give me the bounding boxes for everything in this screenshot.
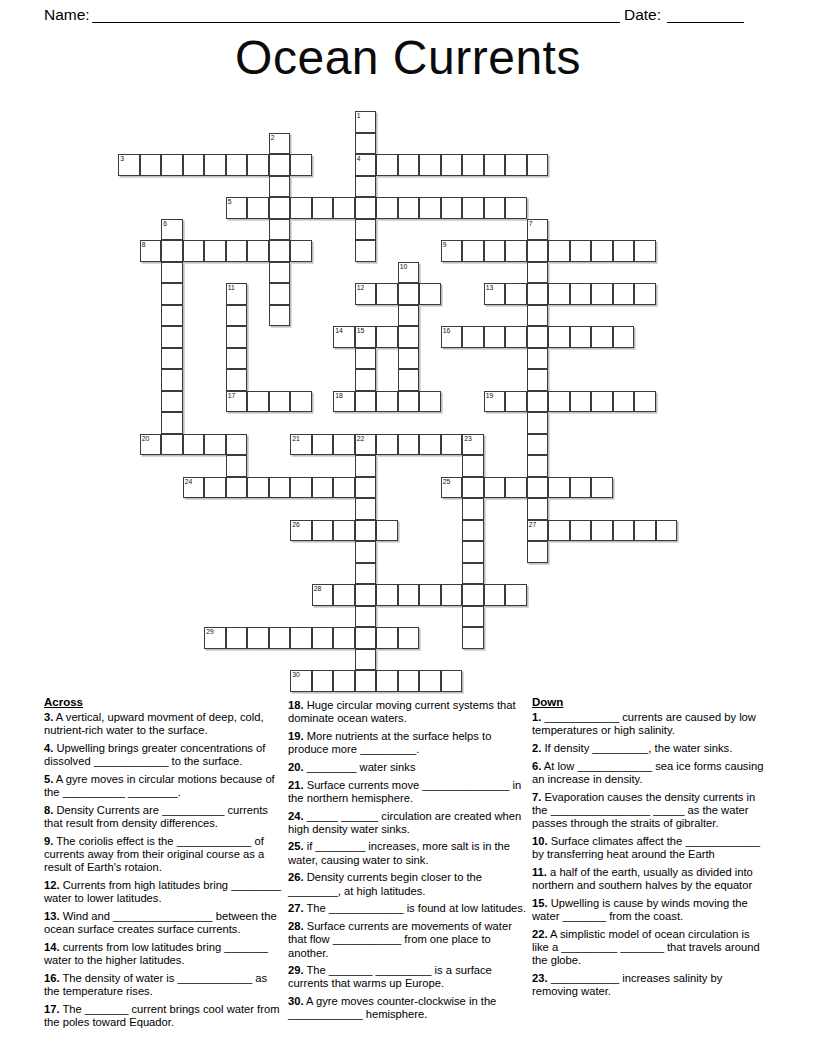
grid-cell[interactable] xyxy=(333,520,355,542)
grid-cell[interactable] xyxy=(419,670,441,692)
grid-cell[interactable] xyxy=(441,197,463,219)
grid-cell[interactable] xyxy=(441,670,463,692)
clue-item: 24. _____ ______ circulation are created… xyxy=(288,810,528,836)
clue-number: 6. xyxy=(532,760,541,772)
grid-cell[interactable] xyxy=(355,584,377,606)
clue-item: 16. The density of water is ____________… xyxy=(44,972,281,998)
clue-number: 21. xyxy=(288,779,304,791)
grid-cell[interactable] xyxy=(613,326,635,348)
grid-cell[interactable] xyxy=(269,477,291,499)
clue-item: 13. Wind and ________________ between th… xyxy=(44,910,281,936)
grid-cell[interactable] xyxy=(570,391,592,413)
grid-cell[interactable] xyxy=(269,154,291,176)
grid-cell[interactable]: 18 xyxy=(333,391,355,413)
clue-number: 8. xyxy=(44,804,53,816)
grid-cell[interactable] xyxy=(462,606,484,628)
grid-cell[interactable] xyxy=(591,391,613,413)
worksheet-page: Name: Date: Ocean Currents 1234567891011… xyxy=(0,0,816,1056)
grid-cell[interactable] xyxy=(247,240,269,262)
grid-cell[interactable] xyxy=(204,154,226,176)
page-title: Ocean Currents xyxy=(0,30,816,85)
grid-cell[interactable] xyxy=(269,391,291,413)
grid-cell[interactable]: 25 xyxy=(441,477,463,499)
grid-cell[interactable]: 2 xyxy=(269,133,291,155)
grid-cell[interactable] xyxy=(247,477,269,499)
grid-cell[interactable] xyxy=(333,584,355,606)
grid-cell[interactable] xyxy=(226,326,248,348)
grid-cell[interactable] xyxy=(312,477,334,499)
clue-number: 12. xyxy=(44,879,60,891)
grid-cell[interactable] xyxy=(505,154,527,176)
grid-cell[interactable]: 5 xyxy=(226,197,248,219)
grid-cell[interactable] xyxy=(226,627,248,649)
grid-cell[interactable] xyxy=(269,240,291,262)
grid-cell-number: 24 xyxy=(185,478,193,486)
grid-cell[interactable] xyxy=(204,240,226,262)
grid-cell[interactable]: 21 xyxy=(290,434,312,456)
grid-cell[interactable] xyxy=(355,240,377,262)
grid-cell[interactable] xyxy=(527,369,549,391)
grid-cell[interactable]: 4 xyxy=(355,154,377,176)
grid-cell[interactable] xyxy=(226,477,248,499)
grid-cell[interactable] xyxy=(484,240,506,262)
grid-cell-number: 13 xyxy=(486,284,494,292)
grid-cell[interactable]: 1 xyxy=(355,111,377,133)
grid-cell-number: 14 xyxy=(335,327,343,335)
grid-cell-number: 7 xyxy=(529,220,533,228)
grid-cell[interactable] xyxy=(613,391,635,413)
grid-cell[interactable] xyxy=(355,197,377,219)
clue-item: 25. if ________ increases, more salt is … xyxy=(288,840,528,866)
clue-text: ___________ increases salinity by removi… xyxy=(532,972,722,997)
clue-item: 14. currents from low latitudes bring __… xyxy=(44,941,281,967)
grid-cell[interactable] xyxy=(247,154,269,176)
clue-item: 26. Density currents begin closer to the… xyxy=(288,871,528,897)
grid-cell[interactable]: 12 xyxy=(355,283,377,305)
grid-cell[interactable]: 9 xyxy=(441,240,463,262)
grid-cell[interactable] xyxy=(548,283,570,305)
grid-cell[interactable] xyxy=(376,197,398,219)
grid-cell[interactable] xyxy=(484,197,506,219)
grid-cell[interactable] xyxy=(527,412,549,434)
grid-cell[interactable] xyxy=(527,391,549,413)
grid-cell[interactable] xyxy=(484,154,506,176)
grid-cell[interactable] xyxy=(634,240,656,262)
grid-cell[interactable] xyxy=(441,434,463,456)
grid-cell[interactable] xyxy=(398,197,420,219)
grid-cell[interactable] xyxy=(462,498,484,520)
clue-number: 16. xyxy=(44,972,60,984)
clue-item: 4. Upwelling brings greater concentratio… xyxy=(44,742,281,768)
grid-cell[interactable]: 20 xyxy=(140,434,162,456)
clue-text: A vertical, upward movment of deep, cold… xyxy=(44,711,264,736)
grid-cell[interactable] xyxy=(355,348,377,370)
grid-cell[interactable]: 22 xyxy=(355,434,377,456)
grid-cell[interactable] xyxy=(183,434,205,456)
clue-number: 13. xyxy=(44,910,60,922)
clue-number: 5. xyxy=(44,773,53,785)
grid-cell[interactable] xyxy=(376,627,398,649)
grid-cell[interactable] xyxy=(376,434,398,456)
grid-cell[interactable] xyxy=(462,563,484,585)
grid-cell[interactable] xyxy=(570,477,592,499)
grid-cell[interactable] xyxy=(226,455,248,477)
clue-item: 2. If density _________, the water sinks… xyxy=(532,742,769,755)
grid-cell[interactable] xyxy=(398,434,420,456)
grid-cell[interactable] xyxy=(591,326,613,348)
grid-cell[interactable] xyxy=(312,197,334,219)
grid-cell-number: 8 xyxy=(142,241,146,249)
clue-text: The density of water is ____________ as … xyxy=(44,972,267,997)
grid-cell[interactable] xyxy=(161,262,183,284)
grid-cell[interactable] xyxy=(161,369,183,391)
grid-cell[interactable]: 17 xyxy=(226,391,248,413)
grid-cell[interactable] xyxy=(161,326,183,348)
grid-cell[interactable] xyxy=(376,670,398,692)
clue-number: 1. xyxy=(532,711,541,723)
grid-cell[interactable] xyxy=(355,176,377,198)
grid-cell[interactable] xyxy=(333,197,355,219)
grid-cell[interactable]: 11 xyxy=(226,283,248,305)
grid-cell[interactable] xyxy=(527,305,549,327)
grid-cell[interactable] xyxy=(269,176,291,198)
grid-cell[interactable] xyxy=(333,477,355,499)
grid-cell-number: 10 xyxy=(400,263,408,271)
grid-cell[interactable] xyxy=(613,520,635,542)
clue-number: 14. xyxy=(44,941,60,953)
grid-cell[interactable] xyxy=(591,520,613,542)
clue-item: 12. Currents from high latitudes bring _… xyxy=(44,879,281,905)
clue-number: 15. xyxy=(532,897,548,909)
grid-cell[interactable] xyxy=(419,391,441,413)
grid-cell[interactable] xyxy=(613,240,635,262)
grid-cell[interactable] xyxy=(484,326,506,348)
grid-cell[interactable] xyxy=(462,477,484,499)
grid-cell[interactable] xyxy=(462,520,484,542)
grid-cell[interactable] xyxy=(333,434,355,456)
grid-cell-number: 2 xyxy=(271,134,275,142)
clue-text: A simplistic model of ocean circulation … xyxy=(532,928,760,966)
grid-cell[interactable]: 8 xyxy=(140,240,162,262)
grid-cell[interactable] xyxy=(269,627,291,649)
clue-number: 27. xyxy=(288,902,304,914)
grid-cell[interactable] xyxy=(505,584,527,606)
grid-cell[interactable] xyxy=(247,197,269,219)
grid-cell[interactable] xyxy=(398,584,420,606)
clue-number: 23. xyxy=(532,972,548,984)
grid-cell[interactable] xyxy=(269,197,291,219)
grid-cell[interactable] xyxy=(376,154,398,176)
grid-cell-number: 3 xyxy=(120,155,124,163)
grid-cell[interactable] xyxy=(355,498,377,520)
grid-cell[interactable] xyxy=(398,348,420,370)
grid-cell[interactable] xyxy=(548,240,570,262)
clue-number: 18. xyxy=(288,699,304,711)
grid-cell[interactable] xyxy=(269,219,291,241)
grid-cell[interactable] xyxy=(290,240,312,262)
clue-text: Currents from high latitudes bring _____… xyxy=(44,879,281,904)
grid-cell[interactable] xyxy=(505,283,527,305)
grid-cell[interactable] xyxy=(462,541,484,563)
grid-cell[interactable] xyxy=(527,541,549,563)
grid-cell[interactable] xyxy=(591,283,613,305)
clue-number: 4. xyxy=(44,742,53,754)
grid-cell[interactable]: 24 xyxy=(183,477,205,499)
across-clues-column-2: 18. Huge circular moving current systems… xyxy=(288,699,528,1026)
grid-cell[interactable] xyxy=(204,477,226,499)
clue-text: Upwelling is cause by winds moving the w… xyxy=(532,897,748,922)
down-clues-column: Down 1. ____________ currents are caused… xyxy=(532,696,769,1003)
grid-cell[interactable] xyxy=(505,197,527,219)
grid-cell[interactable] xyxy=(376,584,398,606)
grid-cell[interactable] xyxy=(419,154,441,176)
down-header: Down xyxy=(532,696,769,708)
grid-cell[interactable]: 3 xyxy=(118,154,140,176)
grid-cell[interactable] xyxy=(441,584,463,606)
date-blank-line[interactable] xyxy=(667,5,744,23)
grid-cell[interactable] xyxy=(355,670,377,692)
clue-number: 22. xyxy=(532,928,548,940)
grid-cell[interactable] xyxy=(634,520,656,542)
grid-cell[interactable]: 15 xyxy=(355,326,377,348)
grid-cell[interactable] xyxy=(591,240,613,262)
grid-cell[interactable] xyxy=(398,154,420,176)
grid-cell[interactable] xyxy=(505,240,527,262)
grid-cell[interactable] xyxy=(355,477,377,499)
grid-cell[interactable] xyxy=(548,520,570,542)
grid-cell[interactable] xyxy=(226,305,248,327)
grid-cell[interactable] xyxy=(355,391,377,413)
clue-item: 27. The ____________ is found at low lat… xyxy=(288,902,528,915)
clue-number: 3. xyxy=(44,711,53,723)
clue-item: 5. A gyre moves in circular motions beca… xyxy=(44,773,281,799)
clue-text: Surface climates affect the ____________… xyxy=(532,835,760,860)
grid-cell[interactable] xyxy=(419,584,441,606)
grid-cell[interactable] xyxy=(398,391,420,413)
grid-cell[interactable] xyxy=(226,154,248,176)
grid-cell[interactable] xyxy=(183,240,205,262)
grid-cell[interactable] xyxy=(140,154,162,176)
clue-item: 1. ____________ currents are caused by l… xyxy=(532,711,769,737)
grid-cell[interactable] xyxy=(312,434,334,456)
grid-cell[interactable] xyxy=(419,197,441,219)
grid-cell[interactable] xyxy=(419,283,441,305)
grid-cell[interactable] xyxy=(462,154,484,176)
grid-cell-number: 21 xyxy=(292,435,300,443)
grid-cell[interactable] xyxy=(527,326,549,348)
grid-cell[interactable] xyxy=(226,434,248,456)
grid-cell[interactable] xyxy=(570,283,592,305)
grid-cell[interactable] xyxy=(355,649,377,671)
grid-cell[interactable] xyxy=(355,520,377,542)
grid-cell[interactable] xyxy=(290,391,312,413)
grid-cell[interactable] xyxy=(419,434,441,456)
grid-cell[interactable]: 26 xyxy=(290,520,312,542)
grid-cell[interactable] xyxy=(462,584,484,606)
grid-cell[interactable]: 10 xyxy=(398,262,420,284)
grid-cell[interactable] xyxy=(161,391,183,413)
clue-item: 19. More nutrients at the surface helps … xyxy=(288,730,528,756)
grid-cell[interactable] xyxy=(527,477,549,499)
grid-cell[interactable] xyxy=(333,670,355,692)
grid-cell[interactable] xyxy=(161,154,183,176)
grid-cell[interactable] xyxy=(161,240,183,262)
grid-cell[interactable] xyxy=(312,520,334,542)
grid-cell[interactable]: 29 xyxy=(204,627,226,649)
grid-cell[interactable] xyxy=(376,326,398,348)
grid-cell-number: 11 xyxy=(228,284,235,292)
grid-cell[interactable] xyxy=(398,369,420,391)
grid-cell[interactable] xyxy=(505,477,527,499)
grid-cell[interactable] xyxy=(247,627,269,649)
clue-text: a half of the earth, usually as divided … xyxy=(532,866,753,891)
clue-text: The _______ current brings cool water fr… xyxy=(44,1003,280,1028)
clue-text: At low ____________ sea ice forms causin… xyxy=(532,760,763,785)
grid-cell[interactable] xyxy=(570,326,592,348)
grid-cell[interactable] xyxy=(462,240,484,262)
grid-cell[interactable] xyxy=(527,455,549,477)
grid-cell[interactable] xyxy=(376,391,398,413)
grid-cell[interactable] xyxy=(570,240,592,262)
clue-number: 28. xyxy=(288,920,304,932)
grid-cell[interactable] xyxy=(505,391,527,413)
clue-number: 7. xyxy=(532,791,541,803)
clue-item: 8. Density Currents are __________ curre… xyxy=(44,804,281,830)
grid-cell[interactable] xyxy=(355,627,377,649)
grid-cell[interactable] xyxy=(527,283,549,305)
grid-cell[interactable] xyxy=(290,477,312,499)
grid-cell[interactable]: 27 xyxy=(527,520,549,542)
clue-text: if ________ increases, more salt is in t… xyxy=(288,840,510,865)
grid-cell[interactable] xyxy=(183,154,205,176)
grid-cell-number: 25 xyxy=(443,478,451,486)
clue-text: Surface currents are movements of water … xyxy=(288,920,512,958)
grid-cell[interactable]: 23 xyxy=(462,434,484,456)
grid-cell[interactable] xyxy=(290,627,312,649)
grid-cell[interactable] xyxy=(634,283,656,305)
grid-cell[interactable]: 7 xyxy=(527,219,549,241)
grid-cell[interactable]: 13 xyxy=(484,283,506,305)
grid-cell[interactable] xyxy=(484,584,506,606)
grid-cell[interactable] xyxy=(333,627,355,649)
clue-item: 11. a half of the earth, usually as divi… xyxy=(532,866,769,892)
clue-text: Density Currents are __________ currents… xyxy=(44,804,268,829)
clue-number: 25. xyxy=(288,840,304,852)
grid-cell[interactable] xyxy=(527,498,549,520)
clue-text: A gyre moves in circular motions because… xyxy=(44,773,275,798)
grid-cell[interactable]: 14 xyxy=(333,326,355,348)
grid-cell[interactable] xyxy=(312,627,334,649)
clue-text: ________ water sinks xyxy=(304,761,416,773)
grid-cell[interactable] xyxy=(505,326,527,348)
grid-cell[interactable] xyxy=(398,670,420,692)
grid-cell[interactable] xyxy=(398,283,420,305)
clue-text: Huge circular moving current systems tha… xyxy=(288,699,516,724)
clue-item: 29. The _______ _________ is a surface c… xyxy=(288,964,528,990)
grid-cell-number: 29 xyxy=(206,628,214,636)
grid-cell[interactable]: 16 xyxy=(441,326,463,348)
grid-cell[interactable] xyxy=(355,563,377,585)
clue-number: 24. xyxy=(288,810,304,822)
grid-cell[interactable] xyxy=(441,154,463,176)
grid-cell[interactable] xyxy=(376,520,398,542)
grid-cell-number: 28 xyxy=(314,585,322,593)
grid-cell[interactable] xyxy=(527,262,549,284)
grid-cell[interactable] xyxy=(462,627,484,649)
grid-cell[interactable] xyxy=(161,283,183,305)
grid-cell[interactable] xyxy=(548,477,570,499)
grid-cell[interactable]: 6 xyxy=(161,219,183,241)
grid-cell[interactable]: 30 xyxy=(290,670,312,692)
grid-cell[interactable] xyxy=(355,133,377,155)
grid-cell[interactable] xyxy=(355,455,377,477)
grid-cell[interactable] xyxy=(226,348,248,370)
clue-item: 20. ________ water sinks xyxy=(288,761,528,774)
grid-cell[interactable] xyxy=(462,455,484,477)
grid-cell[interactable] xyxy=(570,520,592,542)
grid-cell[interactable] xyxy=(527,434,549,456)
grid-cell[interactable] xyxy=(398,326,420,348)
grid-cell[interactable] xyxy=(548,326,570,348)
grid-cell[interactable] xyxy=(226,240,248,262)
grid-cell[interactable] xyxy=(527,154,549,176)
clue-item: 28. Surface currents are movements of wa… xyxy=(288,920,528,960)
grid-cell[interactable] xyxy=(290,154,312,176)
grid-cell[interactable] xyxy=(226,369,248,391)
clue-text: If density _________, the water sinks. xyxy=(541,742,732,754)
grid-cell[interactable] xyxy=(269,262,291,284)
grid-cell[interactable] xyxy=(591,477,613,499)
grid-cell[interactable] xyxy=(355,369,377,391)
grid-cell[interactable] xyxy=(484,477,506,499)
clue-number: 26. xyxy=(288,871,304,883)
grid-cell[interactable] xyxy=(161,348,183,370)
grid-cell[interactable]: 28 xyxy=(312,584,334,606)
grid-cell[interactable] xyxy=(312,670,334,692)
grid-cell[interactable] xyxy=(161,434,183,456)
grid-cell[interactable] xyxy=(548,391,570,413)
grid-cell[interactable] xyxy=(355,541,377,563)
grid-cell[interactable] xyxy=(376,283,398,305)
grid-cell[interactable] xyxy=(290,197,312,219)
grid-cell[interactable] xyxy=(398,305,420,327)
grid-cell[interactable] xyxy=(462,197,484,219)
grid-cell-number: 30 xyxy=(292,671,300,679)
grid-cell[interactable] xyxy=(269,283,291,305)
grid-cell[interactable] xyxy=(613,283,635,305)
grid-cell-number: 23 xyxy=(464,435,472,443)
grid-cell[interactable] xyxy=(656,520,678,542)
grid-cell[interactable]: 19 xyxy=(484,391,506,413)
grid-cell[interactable] xyxy=(247,391,269,413)
grid-cell[interactable] xyxy=(355,219,377,241)
grid-cell[interactable] xyxy=(269,305,291,327)
grid-cell[interactable] xyxy=(161,412,183,434)
grid-cell[interactable] xyxy=(398,627,420,649)
grid-cell[interactable] xyxy=(527,348,549,370)
grid-cell[interactable] xyxy=(634,391,656,413)
grid-cell[interactable] xyxy=(527,240,549,262)
grid-cell[interactable] xyxy=(462,326,484,348)
clue-text: Density currents begin closer to the ___… xyxy=(288,871,482,896)
grid-cell[interactable] xyxy=(204,434,226,456)
grid-cell-number: 16 xyxy=(443,327,451,335)
name-blank-line[interactable] xyxy=(92,5,620,23)
grid-cell[interactable] xyxy=(161,305,183,327)
grid-cell[interactable] xyxy=(355,606,377,628)
clue-text: The _______ _________ is a surface curre… xyxy=(288,964,492,989)
clue-item: 30. A gyre moves counter-clockwise in th… xyxy=(288,995,528,1021)
